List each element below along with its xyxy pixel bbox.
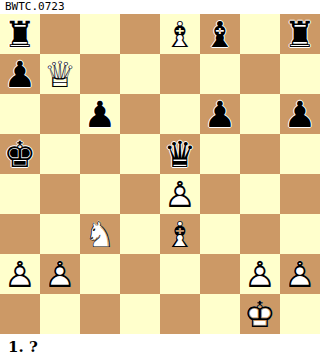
white-pawn-piece-outline: ♙ — [240, 254, 280, 294]
square-d5[interactable] — [120, 134, 160, 174]
square-f8[interactable]: ♝ — [200, 14, 240, 54]
square-d6[interactable] — [120, 94, 160, 134]
black-bishop-piece: ♝ — [200, 14, 240, 54]
square-b6[interactable] — [40, 94, 80, 134]
black-pawn-piece: ♟ — [80, 94, 120, 134]
square-e7[interactable] — [160, 54, 200, 94]
square-a6[interactable] — [0, 94, 40, 134]
black-rook-piece: ♜ — [280, 14, 320, 54]
square-e2[interactable] — [160, 254, 200, 294]
move-prompt-text: 1. ? — [8, 338, 38, 356]
black-king-piece: ♚ — [0, 134, 40, 174]
square-e1[interactable] — [160, 294, 200, 334]
white-bishop-piece: ♝ — [160, 14, 200, 54]
square-b1[interactable] — [40, 294, 80, 334]
square-c7[interactable] — [80, 54, 120, 94]
square-d8[interactable] — [120, 14, 160, 54]
square-c4[interactable] — [80, 174, 120, 214]
square-d7[interactable] — [120, 54, 160, 94]
white-pawn-piece-outline: ♙ — [280, 254, 320, 294]
square-g5[interactable] — [240, 134, 280, 174]
square-g2[interactable]: ♟♙ — [240, 254, 280, 294]
white-bishop-piece: ♝ — [160, 214, 200, 254]
white-pawn-piece-outline: ♙ — [160, 174, 200, 214]
square-c2[interactable] — [80, 254, 120, 294]
square-e3[interactable]: ♝♗ — [160, 214, 200, 254]
square-f3[interactable] — [200, 214, 240, 254]
square-c6[interactable]: ♟ — [80, 94, 120, 134]
chess-board: ♜♝♗♝♜♟♛♕♟♟♟♚♛♟♙♞♘♝♗♟♙♟♙♟♙♟♙♚♔ — [0, 14, 320, 334]
white-queen-piece: ♛ — [40, 54, 80, 94]
square-a8[interactable]: ♜ — [0, 14, 40, 54]
square-b3[interactable] — [40, 214, 80, 254]
black-pawn-piece: ♟ — [0, 54, 40, 94]
square-g3[interactable] — [240, 214, 280, 254]
white-pawn-piece: ♟ — [280, 254, 320, 294]
square-d2[interactable] — [120, 254, 160, 294]
square-g7[interactable] — [240, 54, 280, 94]
white-queen-piece-outline: ♕ — [40, 54, 80, 94]
square-a2[interactable]: ♟♙ — [0, 254, 40, 294]
square-a5[interactable]: ♚ — [0, 134, 40, 174]
white-king-piece: ♚ — [240, 294, 280, 334]
white-king-piece-outline: ♔ — [240, 294, 280, 334]
square-f5[interactable] — [200, 134, 240, 174]
white-pawn-piece: ♟ — [160, 174, 200, 214]
square-c5[interactable] — [80, 134, 120, 174]
square-g8[interactable] — [240, 14, 280, 54]
square-c8[interactable] — [80, 14, 120, 54]
square-e4[interactable]: ♟♙ — [160, 174, 200, 214]
square-a4[interactable] — [0, 174, 40, 214]
title-bar: BWTC.0723 — [0, 0, 320, 14]
black-pawn-piece: ♟ — [280, 94, 320, 134]
white-pawn-piece-outline: ♙ — [0, 254, 40, 294]
white-knight-piece: ♞ — [80, 214, 120, 254]
square-b8[interactable] — [40, 14, 80, 54]
square-d3[interactable] — [120, 214, 160, 254]
white-pawn-piece: ♟ — [240, 254, 280, 294]
square-a1[interactable] — [0, 294, 40, 334]
white-bishop-piece-outline: ♗ — [160, 214, 200, 254]
square-f2[interactable] — [200, 254, 240, 294]
white-knight-piece-outline: ♘ — [80, 214, 120, 254]
black-queen-piece: ♛ — [160, 134, 200, 174]
white-pawn-piece-outline: ♙ — [40, 254, 80, 294]
white-pawn-piece: ♟ — [0, 254, 40, 294]
puzzle-id-title: BWTC.0723 — [5, 0, 65, 14]
white-pawn-piece: ♟ — [40, 254, 80, 294]
square-e8[interactable]: ♝♗ — [160, 14, 200, 54]
square-a7[interactable]: ♟ — [0, 54, 40, 94]
square-d1[interactable] — [120, 294, 160, 334]
square-b7[interactable]: ♛♕ — [40, 54, 80, 94]
square-g1[interactable]: ♚♔ — [240, 294, 280, 334]
square-h1[interactable] — [280, 294, 320, 334]
square-h2[interactable]: ♟♙ — [280, 254, 320, 294]
square-h4[interactable] — [280, 174, 320, 214]
square-g6[interactable] — [240, 94, 280, 134]
square-f7[interactable] — [200, 54, 240, 94]
square-f1[interactable] — [200, 294, 240, 334]
move-prompt-bar: 1. ? — [0, 334, 320, 360]
square-e6[interactable] — [160, 94, 200, 134]
square-d4[interactable] — [120, 174, 160, 214]
square-b2[interactable]: ♟♙ — [40, 254, 80, 294]
square-h6[interactable]: ♟ — [280, 94, 320, 134]
square-f4[interactable] — [200, 174, 240, 214]
black-pawn-piece: ♟ — [200, 94, 240, 134]
square-g4[interactable] — [240, 174, 280, 214]
square-f6[interactable]: ♟ — [200, 94, 240, 134]
square-h7[interactable] — [280, 54, 320, 94]
chess-puzzle-window: BWTC.0723 ♜♝♗♝♜♟♛♕♟♟♟♚♛♟♙♞♘♝♗♟♙♟♙♟♙♟♙♚♔ … — [0, 0, 320, 360]
square-c1[interactable] — [80, 294, 120, 334]
square-b4[interactable] — [40, 174, 80, 214]
square-h5[interactable] — [280, 134, 320, 174]
white-bishop-piece-outline: ♗ — [160, 14, 200, 54]
square-b5[interactable] — [40, 134, 80, 174]
square-h3[interactable] — [280, 214, 320, 254]
square-a3[interactable] — [0, 214, 40, 254]
square-c3[interactable]: ♞♘ — [80, 214, 120, 254]
black-rook-piece: ♜ — [0, 14, 40, 54]
square-h8[interactable]: ♜ — [280, 14, 320, 54]
square-e5[interactable]: ♛ — [160, 134, 200, 174]
